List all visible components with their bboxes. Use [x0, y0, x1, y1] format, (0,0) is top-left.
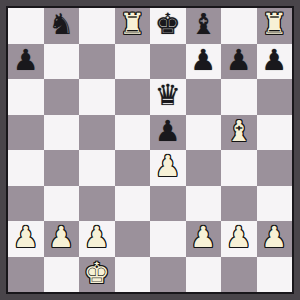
board-frame: ♞♜♚♝♜♟♟♟♟♛♟♝♟♟♟♟♟♟♟♚ [0, 0, 300, 300]
square-e4[interactable]: ♟ [150, 150, 186, 186]
square-c4[interactable] [79, 150, 115, 186]
square-d4[interactable] [115, 150, 151, 186]
white-rook: ♜ [261, 10, 287, 39]
black-knight: ♞ [48, 10, 74, 39]
square-g7[interactable]: ♟ [221, 44, 257, 80]
black-pawn: ♟ [155, 117, 181, 146]
square-f3[interactable] [186, 186, 222, 222]
square-c7[interactable] [79, 44, 115, 80]
white-pawn: ♟ [226, 223, 252, 252]
black-pawn: ♟ [13, 46, 39, 75]
square-d5[interactable] [115, 115, 151, 151]
square-d6[interactable] [115, 79, 151, 115]
white-bishop: ♝ [226, 117, 252, 146]
square-h7[interactable]: ♟ [257, 44, 293, 80]
white-pawn: ♟ [13, 223, 39, 252]
square-d7[interactable] [115, 44, 151, 80]
square-f5[interactable] [186, 115, 222, 151]
white-king: ♚ [84, 259, 110, 288]
square-h8[interactable]: ♜ [257, 8, 293, 44]
square-b3[interactable] [44, 186, 80, 222]
square-f4[interactable] [186, 150, 222, 186]
square-b4[interactable] [44, 150, 80, 186]
square-c2[interactable]: ♟ [79, 221, 115, 257]
black-king: ♚ [155, 10, 181, 39]
square-h5[interactable] [257, 115, 293, 151]
square-d1[interactable] [115, 257, 151, 293]
black-pawn: ♟ [226, 46, 252, 75]
square-b2[interactable]: ♟ [44, 221, 80, 257]
square-c5[interactable] [79, 115, 115, 151]
square-h3[interactable] [257, 186, 293, 222]
square-e6[interactable]: ♛ [150, 79, 186, 115]
square-g8[interactable] [221, 8, 257, 44]
square-b7[interactable] [44, 44, 80, 80]
square-d8[interactable]: ♜ [115, 8, 151, 44]
square-e1[interactable] [150, 257, 186, 293]
square-a2[interactable]: ♟ [8, 221, 44, 257]
square-g3[interactable] [221, 186, 257, 222]
square-a7[interactable]: ♟ [8, 44, 44, 80]
black-pawn: ♟ [261, 46, 287, 75]
white-pawn: ♟ [155, 152, 181, 181]
square-h6[interactable] [257, 79, 293, 115]
white-pawn: ♟ [261, 223, 287, 252]
square-a1[interactable] [8, 257, 44, 293]
white-rook: ♜ [119, 10, 145, 39]
square-d2[interactable] [115, 221, 151, 257]
square-h4[interactable] [257, 150, 293, 186]
square-f2[interactable]: ♟ [186, 221, 222, 257]
black-pawn: ♟ [190, 46, 216, 75]
white-pawn: ♟ [84, 223, 110, 252]
square-g5[interactable]: ♝ [221, 115, 257, 151]
square-e7[interactable] [150, 44, 186, 80]
square-g6[interactable] [221, 79, 257, 115]
black-queen: ♛ [155, 81, 181, 110]
square-e8[interactable]: ♚ [150, 8, 186, 44]
square-g1[interactable] [221, 257, 257, 293]
square-f7[interactable]: ♟ [186, 44, 222, 80]
square-e2[interactable] [150, 221, 186, 257]
square-a5[interactable] [8, 115, 44, 151]
square-f1[interactable] [186, 257, 222, 293]
square-a8[interactable] [8, 8, 44, 44]
white-pawn: ♟ [190, 223, 216, 252]
black-bishop: ♝ [190, 10, 216, 39]
square-g4[interactable] [221, 150, 257, 186]
square-c3[interactable] [79, 186, 115, 222]
chess-board: ♞♜♚♝♜♟♟♟♟♛♟♝♟♟♟♟♟♟♟♚ [6, 6, 294, 294]
square-b6[interactable] [44, 79, 80, 115]
square-c6[interactable] [79, 79, 115, 115]
square-b1[interactable] [44, 257, 80, 293]
square-g2[interactable]: ♟ [221, 221, 257, 257]
square-b5[interactable] [44, 115, 80, 151]
square-b8[interactable]: ♞ [44, 8, 80, 44]
square-e5[interactable]: ♟ [150, 115, 186, 151]
square-d3[interactable] [115, 186, 151, 222]
square-c8[interactable] [79, 8, 115, 44]
square-e3[interactable] [150, 186, 186, 222]
square-a6[interactable] [8, 79, 44, 115]
square-f6[interactable] [186, 79, 222, 115]
square-f8[interactable]: ♝ [186, 8, 222, 44]
square-h1[interactable] [257, 257, 293, 293]
square-h2[interactable]: ♟ [257, 221, 293, 257]
square-a3[interactable] [8, 186, 44, 222]
square-a4[interactable] [8, 150, 44, 186]
square-c1[interactable]: ♚ [79, 257, 115, 293]
white-pawn: ♟ [48, 223, 74, 252]
